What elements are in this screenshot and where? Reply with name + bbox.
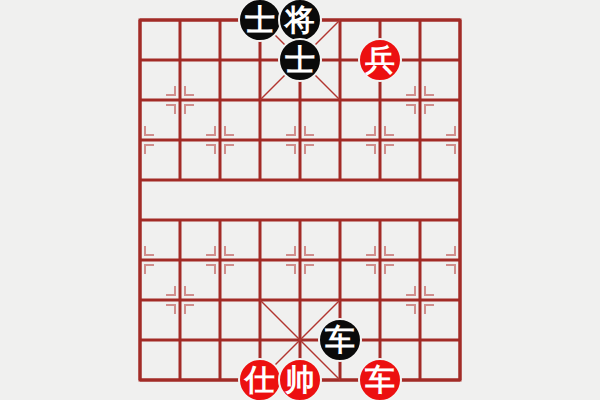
piece-black-chariot[interactable]: 车 — [318, 318, 362, 362]
piece-black-advisor-1[interactable]: 士 — [238, 0, 282, 42]
piece-black-general[interactable]: 将 — [278, 0, 322, 42]
piece-red-soldier[interactable]: 兵 — [358, 38, 402, 82]
piece-red-chariot[interactable]: 车 — [358, 358, 402, 400]
piece-red-general[interactable]: 帅 — [278, 358, 322, 400]
piece-red-advisor[interactable]: 仕 — [238, 358, 282, 400]
pieces-layer: 士将士兵车仕帅车 — [120, 0, 480, 400]
piece-black-advisor-2[interactable]: 士 — [278, 38, 322, 82]
app-window: 士将士兵车仕帅车 — [0, 0, 600, 400]
